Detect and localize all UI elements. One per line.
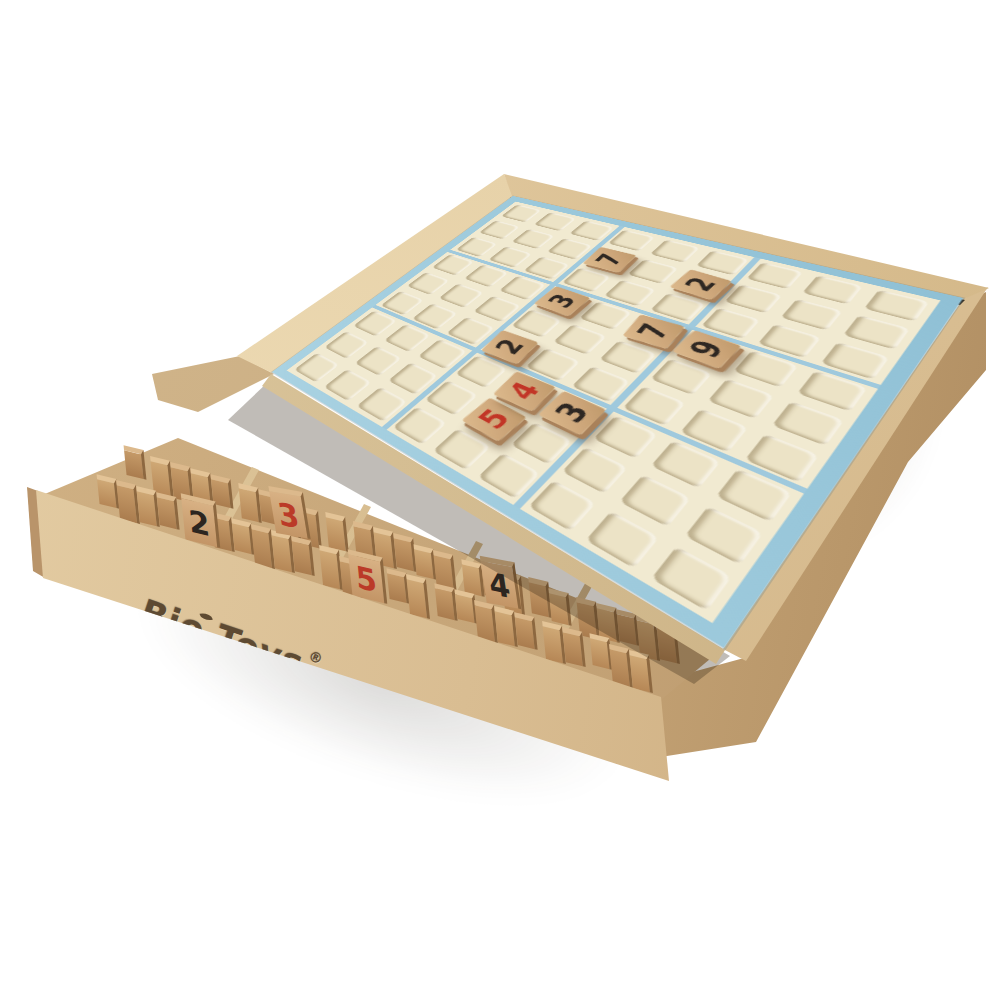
grid-cell[interactable]	[781, 299, 843, 331]
grid-cell[interactable]	[571, 366, 630, 402]
grid-cell[interactable]	[432, 254, 474, 276]
grid-cell[interactable]	[651, 441, 721, 489]
grid-cell[interactable]	[547, 238, 592, 260]
grid-cell[interactable]	[464, 264, 508, 287]
grid-cell[interactable]	[608, 230, 655, 252]
drawer-tile[interactable]	[406, 574, 430, 619]
grid-cell[interactable]	[478, 453, 541, 499]
grid-cell[interactable]	[758, 324, 822, 358]
grid-cell[interactable]	[525, 348, 580, 381]
grid-cell[interactable]	[456, 237, 498, 257]
grid-cell[interactable]	[797, 371, 867, 412]
grid-cell[interactable]	[433, 428, 491, 470]
grid-cell[interactable]	[821, 342, 890, 380]
grid-cell[interactable]	[412, 303, 458, 329]
grid-cell[interactable]	[353, 311, 397, 337]
grid-cell[interactable]	[599, 340, 657, 374]
grid-cell[interactable]	[324, 369, 372, 401]
grid-cell[interactable]	[512, 229, 555, 249]
grid-cell[interactable]	[479, 220, 520, 239]
grid-cell[interactable]	[772, 401, 844, 446]
drawer-tile[interactable]	[514, 612, 537, 650]
grid-cell[interactable]	[534, 212, 576, 231]
grid-cell[interactable]	[324, 331, 369, 359]
grid-cell[interactable]	[724, 284, 782, 313]
grid-cell[interactable]	[569, 221, 614, 241]
board-tile[interactable]: 2	[481, 330, 539, 364]
grid-cell[interactable]	[418, 339, 467, 369]
grid-cell[interactable]	[802, 275, 863, 304]
grid-cell[interactable]	[511, 309, 562, 338]
grid-cell[interactable]	[524, 256, 570, 279]
grid-cell[interactable]	[864, 290, 929, 322]
drawer-tile[interactable]	[156, 492, 179, 530]
grid-cell[interactable]	[593, 416, 658, 459]
grid-cell[interactable]	[473, 296, 521, 322]
grid-cell[interactable]	[294, 353, 339, 383]
grid-cell[interactable]	[696, 250, 749, 275]
grid-cell[interactable]	[733, 350, 798, 387]
grid-cell[interactable]	[488, 246, 532, 268]
grid-cell[interactable]	[746, 262, 803, 289]
drawer-tile-digit[interactable]: 2	[181, 493, 221, 548]
board-tile[interactable]: 3	[534, 286, 591, 316]
drawer-tile[interactable]	[124, 445, 147, 480]
grid-cell[interactable]	[553, 324, 607, 355]
grid-cell[interactable]	[501, 204, 541, 222]
grid-cell[interactable]	[384, 324, 430, 352]
grid-cell[interactable]	[619, 475, 691, 527]
grid-cell[interactable]	[708, 379, 775, 419]
grid-cell[interactable]	[446, 317, 494, 345]
grid-cell[interactable]	[381, 291, 424, 316]
grid-cell[interactable]	[499, 276, 546, 301]
drawer-tile[interactable]	[562, 627, 585, 667]
drawer-tile[interactable]	[325, 512, 348, 552]
grid-cell[interactable]	[716, 469, 792, 523]
grid-cell[interactable]	[356, 387, 407, 422]
grid-cell[interactable]	[628, 259, 679, 284]
grid-cell[interactable]	[650, 293, 705, 322]
grid-cell[interactable]	[650, 240, 700, 263]
grid-cell[interactable]	[439, 283, 484, 308]
grid-cell[interactable]	[511, 422, 572, 465]
grid-cell[interactable]	[455, 355, 507, 388]
drawer-tile[interactable]	[291, 536, 314, 576]
product-photo-scene: 2354 Bio Toys® 237543729	[0, 0, 1000, 1000]
grid-cell[interactable]	[355, 346, 402, 376]
grid-cell[interactable]	[579, 301, 632, 330]
grid-cell[interactable]	[650, 358, 712, 395]
grid-cell[interactable]	[623, 386, 686, 426]
grid-cell[interactable]	[425, 380, 478, 415]
grid-cell[interactable]	[745, 434, 819, 483]
drawer-tile[interactable]	[393, 533, 416, 572]
grid-cell[interactable]	[388, 362, 438, 395]
grid-cell[interactable]	[604, 280, 656, 307]
grid-cell[interactable]	[407, 272, 450, 295]
board-tile[interactable]: 7	[583, 247, 637, 273]
grid-cell[interactable]	[843, 315, 910, 350]
grid-cell[interactable]	[562, 268, 611, 293]
grid-cell[interactable]	[651, 546, 732, 611]
grid-cell[interactable]	[562, 447, 628, 494]
grid-cell[interactable]	[586, 511, 660, 568]
grid-cell[interactable]	[528, 480, 596, 531]
grid-cell[interactable]	[393, 407, 447, 445]
grid-cell[interactable]	[680, 409, 748, 453]
